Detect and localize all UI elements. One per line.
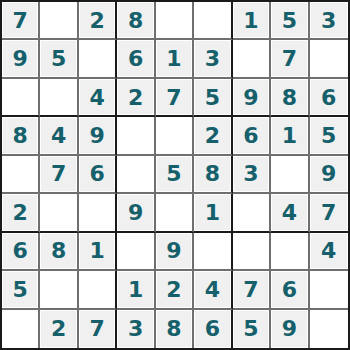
cell-r6c5[interactable] xyxy=(156,194,194,232)
cell-r3c1[interactable] xyxy=(2,79,40,117)
cell-r8c5: 2 xyxy=(156,271,194,309)
cell-r9c1[interactable] xyxy=(2,310,40,348)
cell-r7c6[interactable] xyxy=(194,233,232,271)
cell-r6c6: 1 xyxy=(194,194,232,232)
cell-r4c3: 9 xyxy=(79,117,117,155)
cell-r3c8: 8 xyxy=(271,79,309,117)
cell-r3c7: 9 xyxy=(233,79,271,117)
cell-r4c5[interactable] xyxy=(156,117,194,155)
cell-r6c3[interactable] xyxy=(79,194,117,232)
cell-r5c1[interactable] xyxy=(2,156,40,194)
cell-r8c4: 1 xyxy=(117,271,155,309)
sudoku-board: 7281539561374275986849261576583929147681… xyxy=(0,0,350,350)
cell-r2c9[interactable] xyxy=(310,40,348,78)
cell-r7c4[interactable] xyxy=(117,233,155,271)
cell-r4c8: 1 xyxy=(271,117,309,155)
cell-r2c1: 9 xyxy=(2,40,40,78)
cell-r2c7[interactable] xyxy=(233,40,271,78)
cell-r5c6: 8 xyxy=(194,156,232,194)
cell-r8c1: 5 xyxy=(2,271,40,309)
cell-r7c5: 9 xyxy=(156,233,194,271)
cell-r3c6: 5 xyxy=(194,79,232,117)
cell-r9c7: 5 xyxy=(233,310,271,348)
cell-r7c3: 1 xyxy=(79,233,117,271)
cell-r5c9: 9 xyxy=(310,156,348,194)
cell-r3c3: 4 xyxy=(79,79,117,117)
cell-r3c2[interactable] xyxy=(40,79,78,117)
cell-r1c5[interactable] xyxy=(156,2,194,40)
cell-r7c9: 4 xyxy=(310,233,348,271)
cell-r1c6[interactable] xyxy=(194,2,232,40)
cell-r4c1: 8 xyxy=(2,117,40,155)
cell-r5c2: 7 xyxy=(40,156,78,194)
cell-r8c2[interactable] xyxy=(40,271,78,309)
cell-r6c8: 4 xyxy=(271,194,309,232)
cell-r6c2[interactable] xyxy=(40,194,78,232)
cell-r4c9: 5 xyxy=(310,117,348,155)
cell-r9c5: 8 xyxy=(156,310,194,348)
cell-r6c4: 9 xyxy=(117,194,155,232)
cell-r6c9: 7 xyxy=(310,194,348,232)
cell-r9c2: 2 xyxy=(40,310,78,348)
cell-r5c8[interactable] xyxy=(271,156,309,194)
cell-r1c3: 2 xyxy=(79,2,117,40)
cell-r1c2[interactable] xyxy=(40,2,78,40)
cell-r4c2: 4 xyxy=(40,117,78,155)
cell-r8c3[interactable] xyxy=(79,271,117,309)
cell-r5c7: 3 xyxy=(233,156,271,194)
cell-r9c6: 6 xyxy=(194,310,232,348)
cell-r2c2: 5 xyxy=(40,40,78,78)
cell-r5c3: 6 xyxy=(79,156,117,194)
cell-r9c3: 7 xyxy=(79,310,117,348)
cell-r1c9: 3 xyxy=(310,2,348,40)
cell-r2c6: 3 xyxy=(194,40,232,78)
cell-r8c6: 4 xyxy=(194,271,232,309)
cell-r9c8: 9 xyxy=(271,310,309,348)
cell-r9c9[interactable] xyxy=(310,310,348,348)
cell-r2c5: 1 xyxy=(156,40,194,78)
cell-r3c9: 6 xyxy=(310,79,348,117)
cell-r8c9[interactable] xyxy=(310,271,348,309)
cell-r5c5: 5 xyxy=(156,156,194,194)
cell-r8c8: 6 xyxy=(271,271,309,309)
cell-r2c3[interactable] xyxy=(79,40,117,78)
cell-r2c4: 6 xyxy=(117,40,155,78)
cell-r7c1: 6 xyxy=(2,233,40,271)
cell-r1c7: 1 xyxy=(233,2,271,40)
cell-r5c4[interactable] xyxy=(117,156,155,194)
cell-r8c7: 7 xyxy=(233,271,271,309)
cell-r1c8: 5 xyxy=(271,2,309,40)
cell-r4c4[interactable] xyxy=(117,117,155,155)
cell-r2c8: 7 xyxy=(271,40,309,78)
cell-r1c1: 7 xyxy=(2,2,40,40)
cell-r7c8[interactable] xyxy=(271,233,309,271)
cell-r9c4: 3 xyxy=(117,310,155,348)
cell-r7c2: 8 xyxy=(40,233,78,271)
cell-r6c7[interactable] xyxy=(233,194,271,232)
cell-r3c5: 7 xyxy=(156,79,194,117)
cell-r3c4: 2 xyxy=(117,79,155,117)
sudoku-page: 7281539561374275986849261576583929147681… xyxy=(0,0,350,350)
cell-r1c4: 8 xyxy=(117,2,155,40)
cell-r4c6: 2 xyxy=(194,117,232,155)
cell-r7c7[interactable] xyxy=(233,233,271,271)
cell-r4c7: 6 xyxy=(233,117,271,155)
cell-r6c1: 2 xyxy=(2,194,40,232)
